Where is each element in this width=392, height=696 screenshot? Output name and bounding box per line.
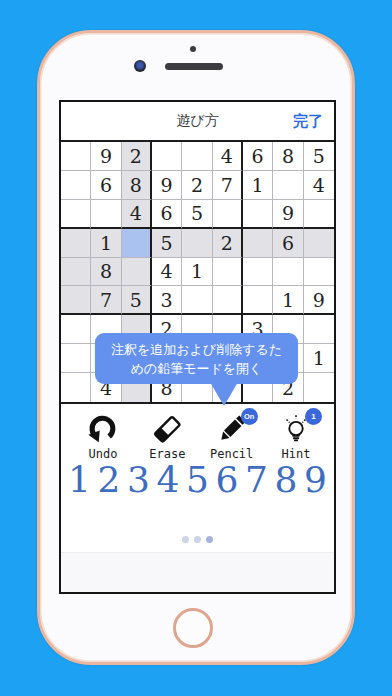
tool-pencil-button[interactable]: OnPencil <box>208 412 256 464</box>
cell-r6c8[interactable]: 1 <box>273 286 303 315</box>
cell-r3c1[interactable] <box>61 200 91 229</box>
cell-r6c9[interactable]: 9 <box>304 286 334 315</box>
cell-r5c9[interactable] <box>304 258 334 287</box>
cell-r1c9[interactable]: 5 <box>304 142 334 171</box>
cell-r9c9[interactable] <box>304 373 334 402</box>
cell-r4c5[interactable] <box>182 229 212 258</box>
cell-r2c1[interactable] <box>61 171 91 200</box>
cell-r5c5[interactable]: 1 <box>182 258 212 287</box>
numpad-digit-6[interactable]: 6 <box>216 462 239 498</box>
bottom-strip <box>61 552 334 592</box>
cell-r4c6[interactable]: 2 <box>213 229 243 258</box>
numpad-digit-8[interactable]: 8 <box>275 462 298 498</box>
cell-r5c4[interactable]: 4 <box>152 258 182 287</box>
cell-r1c4[interactable] <box>152 142 182 171</box>
tool-hint-button[interactable]: 1Hint <box>272 412 320 464</box>
numpad-digit-3[interactable]: 3 <box>127 462 150 498</box>
cell-r2c5[interactable]: 2 <box>182 171 212 200</box>
cell-r5c8[interactable] <box>273 258 303 287</box>
cell-r4c9[interactable] <box>304 229 334 258</box>
tool-erase-button[interactable]: Erase <box>143 412 191 464</box>
cell-r5c7[interactable] <box>243 258 273 287</box>
cell-r3c4[interactable]: 6 <box>152 200 182 229</box>
header-bar: 遊び方 完了 <box>61 102 334 140</box>
done-button[interactable]: 完了 <box>293 102 323 139</box>
cell-r2c3[interactable]: 8 <box>122 171 152 200</box>
cell-r5c2[interactable]: 8 <box>91 258 121 287</box>
tooltip-line1: 注釈を追加および削除するた <box>95 340 298 359</box>
cell-r1c2[interactable]: 9 <box>91 142 121 171</box>
page-dots <box>61 536 334 543</box>
cell-r7c9[interactable] <box>304 315 334 344</box>
tooltip-line2: めの鉛筆モードを開く <box>95 359 298 378</box>
cell-r1c8[interactable]: 8 <box>273 142 303 171</box>
tool-undo-button[interactable]: Undo <box>79 412 127 464</box>
cell-r6c2[interactable]: 7 <box>91 286 121 315</box>
cell-r1c5[interactable] <box>182 142 212 171</box>
cell-r7c1[interactable] <box>61 315 91 344</box>
screenshot-stage: 遊び方 完了 924685689271446591526841753192314… <box>0 0 392 696</box>
cell-r3c5[interactable]: 5 <box>182 200 212 229</box>
cell-r4c4[interactable]: 5 <box>152 229 182 258</box>
cell-r5c1[interactable] <box>61 258 91 287</box>
tooltip-pointer <box>210 382 238 406</box>
cell-r2c8[interactable] <box>273 171 303 200</box>
cell-r4c7[interactable] <box>243 229 273 258</box>
cell-r4c3[interactable] <box>122 229 152 258</box>
pencil-badge: On <box>241 408 258 425</box>
cell-r6c6[interactable] <box>213 286 243 315</box>
cell-r6c1[interactable] <box>61 286 91 315</box>
page-dot-3[interactable] <box>206 536 213 543</box>
numpad-digit-1[interactable]: 1 <box>68 462 91 498</box>
home-button <box>173 608 213 648</box>
numpad-digit-4[interactable]: 4 <box>157 462 180 498</box>
numpad-digit-5[interactable]: 5 <box>186 462 209 498</box>
numpad-digit-2[interactable]: 2 <box>98 462 121 498</box>
earpiece-speaker <box>165 63 223 70</box>
cell-r3c2[interactable] <box>91 200 121 229</box>
cell-r9c1[interactable] <box>61 373 91 402</box>
cell-r6c4[interactable]: 3 <box>152 286 182 315</box>
toolbar: UndoEraseOnPencil1Hint <box>61 412 334 464</box>
cell-r1c1[interactable] <box>61 142 91 171</box>
cell-r3c6[interactable] <box>213 200 243 229</box>
page-dot-1[interactable] <box>182 536 189 543</box>
cell-r2c9[interactable]: 4 <box>304 171 334 200</box>
cell-r2c2[interactable]: 6 <box>91 171 121 200</box>
cell-r5c6[interactable] <box>213 258 243 287</box>
cell-r1c7[interactable]: 6 <box>243 142 273 171</box>
sensor-dot-icon <box>190 46 196 52</box>
cell-r8c1[interactable] <box>61 344 91 373</box>
front-camera-icon <box>134 60 146 72</box>
numpad-digit-9[interactable]: 9 <box>304 462 327 498</box>
pencil-mode-tooltip: 注釈を追加および削除するた めの鉛筆モードを開く <box>95 333 298 384</box>
number-pad: 123456789 <box>61 462 334 498</box>
cell-r4c1[interactable] <box>61 229 91 258</box>
cell-r6c3[interactable]: 5 <box>122 286 152 315</box>
cell-r2c7[interactable]: 1 <box>243 171 273 200</box>
page-dot-2[interactable] <box>194 536 201 543</box>
cell-r1c3[interactable]: 2 <box>122 142 152 171</box>
numpad-digit-7[interactable]: 7 <box>245 462 268 498</box>
eraser-icon <box>150 412 184 446</box>
sudoku-app-screen: 遊び方 完了 924685689271446591526841753192314… <box>59 100 336 594</box>
cell-r8c9[interactable]: 1 <box>304 344 334 373</box>
cell-r3c7[interactable] <box>243 200 273 229</box>
hint-badge: 1 <box>305 408 322 425</box>
cell-r4c8[interactable]: 6 <box>273 229 303 258</box>
cell-r3c3[interactable]: 4 <box>122 200 152 229</box>
cell-r5c3[interactable] <box>122 258 152 287</box>
cell-r6c5[interactable] <box>182 286 212 315</box>
cell-r4c2[interactable]: 1 <box>91 229 121 258</box>
iphone-mockup: 遊び方 完了 924685689271446591526841753192314… <box>37 30 355 665</box>
cell-r2c6[interactable]: 7 <box>213 171 243 200</box>
cell-r3c8[interactable]: 9 <box>273 200 303 229</box>
cell-r2c4[interactable]: 9 <box>152 171 182 200</box>
cell-r6c7[interactable] <box>243 286 273 315</box>
undo-icon <box>86 412 120 446</box>
cell-r1c6[interactable]: 4 <box>213 142 243 171</box>
cell-r3c9[interactable] <box>304 200 334 229</box>
